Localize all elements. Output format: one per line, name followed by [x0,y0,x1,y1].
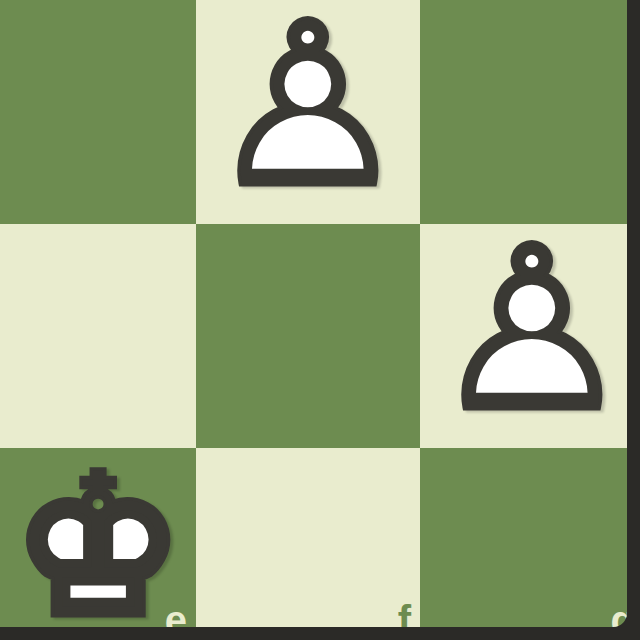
page-background: ♟ ♙ ♞ ♘ ♟ ♙ ♟ ♙ [0,0,640,640]
square-g2[interactable]: ♟ ♙ [420,224,627,448]
square-g3[interactable] [420,0,627,224]
piece-white-pawn[interactable]: ♟ ♙ [420,218,627,442]
square-f3[interactable]: ♟ ♙ [196,0,420,224]
file-label-f: f [398,600,411,627]
file-label-g: g [611,600,627,627]
chess-board: ♟ ♙ ♞ ♘ ♟ ♙ ♟ ♙ [0,0,627,627]
square-g1[interactable]: g [420,448,627,627]
piece-white-pawn[interactable]: ♟ ♙ [196,0,420,218]
pawn-glyph-fill: ♟ [196,0,420,218]
square-e1[interactable]: ♚ ♔ e [0,448,196,627]
pawn-glyph-outline: ♙ [196,0,420,218]
square-f2[interactable] [196,224,420,448]
square-e2[interactable] [0,224,196,448]
file-label-e: e [165,600,187,627]
square-e3[interactable] [0,0,196,224]
pawn-glyph-fill: ♟ [420,218,627,442]
square-f1[interactable]: f [196,448,420,627]
pawn-glyph-outline: ♙ [420,218,627,442]
